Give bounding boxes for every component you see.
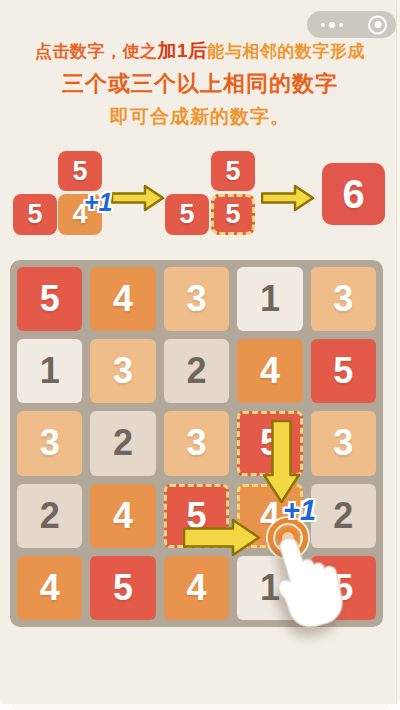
board-cell-r1c3[interactable]: 3 — [164, 267, 229, 331]
demo-arrow-icon-2 — [261, 184, 315, 212]
instruction-line1-suffix: 能与相邻的数字形成 — [208, 42, 366, 61]
demo-arrow-icon-1 — [111, 184, 165, 212]
instruction-line-1: 点击数字，使之加1后能与相邻的数字形成 — [0, 38, 400, 64]
dot-icon — [329, 22, 335, 28]
board-cell-r1c4[interactable]: 1 — [237, 267, 302, 331]
instruction-line-3: 即可合成新的数字。 — [0, 104, 400, 130]
instruction-line1-prefix: 点击数字，使之 — [35, 42, 158, 61]
board-cell-r3c2[interactable]: 2 — [90, 411, 155, 475]
dot-icon — [339, 23, 343, 27]
instruction-line-2: 三个或三个以上相同的数字 — [0, 69, 400, 99]
demo-step2-left-tile: 5 — [165, 194, 209, 235]
demo-step2-top-tile: 5 — [211, 151, 255, 191]
board-cell-r5c1[interactable]: 4 — [17, 556, 82, 620]
dot-icon — [321, 23, 325, 27]
board-cell-r4c1[interactable]: 2 — [17, 484, 82, 548]
board-cell-r5c2[interactable]: 5 — [90, 556, 155, 620]
demo-step2-merged-tile: 5 — [211, 194, 255, 235]
capsule-circle-icon[interactable] — [368, 15, 387, 34]
board-cell-r1c1[interactable]: 5 — [17, 267, 82, 331]
screen-bottom-edge — [0, 704, 400, 710]
board-cell-r2c1[interactable]: 1 — [17, 339, 82, 403]
board-cell-r2c3[interactable]: 2 — [164, 339, 229, 403]
board-down-arrow-icon — [262, 420, 301, 504]
demo-step1-left-tile: 5 — [13, 194, 57, 235]
board-cell-r2c4[interactable]: 4 — [237, 339, 302, 403]
demo-plus-one-label: +1 — [84, 188, 113, 217]
board-cell-r3c1[interactable]: 3 — [17, 411, 82, 475]
board-cell-r1c2[interactable]: 4 — [90, 267, 155, 331]
instruction-line1-highlight: 加1后 — [157, 40, 207, 61]
tutorial-instructions: 点击数字，使之加1后能与相邻的数字形成 三个或三个以上相同的数字 即可合成新的数… — [0, 38, 400, 130]
board-cell-r5c3[interactable]: 4 — [164, 556, 229, 620]
wechat-capsule — [307, 11, 396, 38]
board-cell-r2c5[interactable]: 5 — [311, 339, 376, 403]
screen-right-edge — [396, 0, 400, 710]
game-screen: 点击数字，使之加1后能与相邻的数字形成 三个或三个以上相同的数字 即可合成新的数… — [0, 0, 400, 710]
board-right-arrow-icon — [183, 518, 261, 557]
board-cell-r1c5[interactable]: 3 — [311, 267, 376, 331]
more-icon[interactable] — [321, 11, 343, 38]
demo-step1-top-tile: 5 — [58, 151, 102, 191]
board-plus-one-label: +1 — [283, 494, 316, 527]
board-cell-r2c2[interactable]: 3 — [90, 339, 155, 403]
demo-result-tile: 6 — [322, 163, 385, 225]
board-cell-r4c2[interactable]: 4 — [90, 484, 155, 548]
board-cell-r3c5[interactable]: 3 — [311, 411, 376, 475]
board-cell-r3c3[interactable]: 3 — [164, 411, 229, 475]
